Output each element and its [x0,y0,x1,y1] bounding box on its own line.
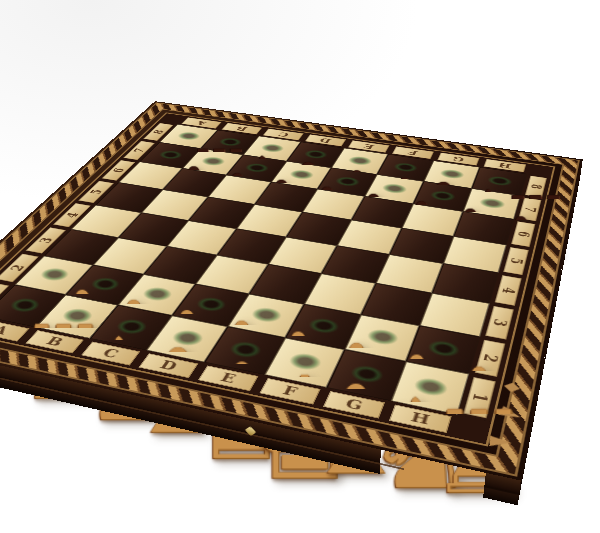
brass-clasp-icon [237,420,263,441]
perspective-scene: ABCDEFGH8♜♞♝♛♚♝♞♜87♟♟♟♟♟♟♟♟7665544332♟♟♟… [0,0,600,533]
square-h4[interactable] [432,263,499,303]
rank-label-2: 2 [469,336,510,379]
square-h6[interactable] [453,211,514,244]
chess-board: ABCDEFGH8♜♞♝♛♚♝♞♜87♟♟♟♟♟♟♟♟7665544332♟♟♟… [0,101,583,480]
coord-plaque: 3 [485,305,514,339]
coord-plaque: 5 [503,247,528,275]
coord-plaque: 2 [475,339,505,376]
coord-plaque: 6 [511,221,535,247]
square-c2[interactable]: ♟ [118,274,195,315]
coord-plaque: 4 [495,275,522,306]
rank-label-6: 6 [507,219,540,249]
product-photo-stage: ABCDEFGH8♜♞♝♛♚♝♞♜87♟♟♟♟♟♟♟♟7665544332♟♟♟… [0,0,600,533]
square-f4[interactable] [321,245,389,283]
